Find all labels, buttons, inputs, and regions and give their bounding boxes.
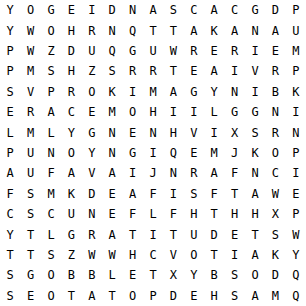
grid-cell[interactable]: A xyxy=(41,102,61,122)
grid-cell[interactable]: D xyxy=(102,0,122,20)
grid-cell[interactable]: P xyxy=(286,0,306,20)
grid-cell[interactable]: S xyxy=(41,61,61,81)
grid-cell[interactable]: M xyxy=(204,143,224,163)
grid-cell[interactable]: R xyxy=(82,224,102,244)
grid-cell[interactable]: P xyxy=(286,204,306,224)
grid-cell[interactable]: H xyxy=(143,102,163,122)
grid-cell[interactable]: S xyxy=(265,224,285,244)
grid-cell[interactable]: U xyxy=(184,224,204,244)
grid-cell[interactable]: F xyxy=(0,184,20,204)
grid-cell[interactable]: O xyxy=(265,143,285,163)
grid-cell[interactable]: K xyxy=(61,184,81,204)
grid-cell[interactable]: K xyxy=(102,82,122,102)
grid-cell[interactable]: E xyxy=(102,204,122,224)
grid-cell[interactable]: I xyxy=(245,41,265,61)
grid-cell[interactable]: L xyxy=(0,122,20,142)
grid-cell[interactable]: H xyxy=(61,20,81,40)
grid-cell[interactable]: S xyxy=(224,265,244,285)
grid-cell[interactable]: V xyxy=(82,163,102,183)
grid-cell[interactable]: R xyxy=(265,122,285,142)
grid-cell[interactable]: I xyxy=(224,61,244,81)
grid-cell[interactable]: M xyxy=(20,61,40,81)
grid-cell[interactable]: P xyxy=(286,61,306,81)
grid-cell[interactable]: T xyxy=(163,224,183,244)
grid-cell[interactable]: E xyxy=(224,224,244,244)
grid-cell[interactable]: R xyxy=(82,20,102,40)
grid-cell[interactable]: L xyxy=(102,265,122,285)
grid-cell[interactable]: A xyxy=(265,20,285,40)
grid-cell[interactable]: D xyxy=(61,41,81,61)
grid-cell[interactable]: G xyxy=(245,0,265,20)
grid-cell[interactable]: F xyxy=(41,163,61,183)
grid-cell[interactable]: S xyxy=(163,0,183,20)
grid-cell[interactable]: C xyxy=(143,245,163,265)
grid-cell[interactable]: I xyxy=(163,102,183,122)
grid-cell[interactable]: N xyxy=(265,102,285,122)
grid-cell[interactable]: E xyxy=(184,61,204,81)
grid-cell[interactable]: S xyxy=(245,122,265,142)
grid-cell[interactable]: Y xyxy=(204,82,224,102)
grid-cell[interactable]: A xyxy=(0,163,20,183)
grid-cell[interactable]: F xyxy=(143,184,163,204)
grid-cell[interactable]: W xyxy=(286,224,306,244)
grid-cell[interactable]: S xyxy=(224,286,244,306)
grid-cell[interactable]: O xyxy=(245,265,265,285)
grid-cell[interactable]: I xyxy=(122,163,142,183)
grid-cell[interactable]: L xyxy=(143,204,163,224)
grid-cell[interactable]: N xyxy=(245,20,265,40)
grid-cell[interactable]: A xyxy=(245,286,265,306)
grid-cell[interactable]: O xyxy=(122,286,142,306)
grid-cell[interactable]: B xyxy=(82,265,102,285)
grid-cell[interactable]: V xyxy=(184,122,204,142)
grid-cell[interactable]: H xyxy=(224,204,244,224)
grid-cell[interactable]: W xyxy=(102,245,122,265)
grid-cell[interactable]: N xyxy=(224,82,244,102)
grid-cell[interactable]: G xyxy=(20,265,40,285)
grid-cell[interactable]: O xyxy=(41,286,61,306)
grid-cell[interactable]: F xyxy=(163,204,183,224)
grid-cell[interactable]: C xyxy=(265,163,285,183)
grid-cell[interactable]: M xyxy=(20,122,40,142)
grid-cell[interactable]: L xyxy=(41,224,61,244)
grid-cell[interactable]: D xyxy=(265,0,285,20)
grid-cell[interactable]: S xyxy=(0,286,20,306)
grid-cell[interactable]: E xyxy=(184,143,204,163)
grid-cell[interactable]: I xyxy=(143,143,163,163)
grid-cell[interactable]: W xyxy=(20,41,40,61)
grid-cell[interactable]: E xyxy=(82,102,102,122)
grid-cell[interactable]: I xyxy=(143,224,163,244)
grid-cell[interactable]: R xyxy=(224,41,244,61)
grid-cell[interactable]: G xyxy=(61,224,81,244)
grid-cell[interactable]: O xyxy=(41,265,61,285)
grid-cell[interactable]: F xyxy=(224,163,244,183)
grid-cell[interactable]: W xyxy=(82,245,102,265)
grid-cell[interactable]: P xyxy=(143,286,163,306)
grid-cell[interactable]: I xyxy=(224,245,244,265)
grid-cell[interactable]: U xyxy=(143,41,163,61)
grid-cell[interactable]: R xyxy=(184,163,204,183)
grid-cell[interactable]: T xyxy=(102,286,122,306)
grid-cell[interactable]: R xyxy=(20,102,40,122)
grid-cell[interactable]: S xyxy=(0,82,20,102)
grid-cell[interactable]: E xyxy=(184,286,204,306)
grid-cell[interactable]: A xyxy=(224,20,244,40)
grid-cell[interactable]: U xyxy=(20,143,40,163)
grid-cell[interactable]: N xyxy=(41,143,61,163)
grid-cell[interactable]: T xyxy=(61,286,81,306)
grid-cell[interactable]: Y xyxy=(82,143,102,163)
grid-cell[interactable]: E xyxy=(0,102,20,122)
grid-cell[interactable]: T xyxy=(143,265,163,285)
grid-cell[interactable]: R xyxy=(122,61,142,81)
grid-cell[interactable]: O xyxy=(20,0,40,20)
grid-cell[interactable]: Q xyxy=(286,286,306,306)
grid-cell[interactable]: T xyxy=(224,184,244,204)
grid-cell[interactable]: O xyxy=(61,143,81,163)
grid-cell[interactable]: E xyxy=(286,184,306,204)
grid-cell[interactable]: T xyxy=(163,61,183,81)
grid-cell[interactable]: R xyxy=(184,41,204,61)
grid-cell[interactable]: C xyxy=(224,0,244,20)
grid-cell[interactable]: N xyxy=(102,20,122,40)
grid-cell[interactable]: I xyxy=(82,0,102,20)
grid-cell[interactable]: G xyxy=(122,143,142,163)
grid-cell[interactable]: A xyxy=(245,184,265,204)
grid-cell[interactable]: H xyxy=(163,122,183,142)
grid-cell[interactable]: K xyxy=(204,20,224,40)
grid-cell[interactable]: T xyxy=(20,224,40,244)
grid-cell[interactable]: R xyxy=(143,61,163,81)
grid-cell[interactable]: E xyxy=(20,286,40,306)
grid-cell[interactable]: E xyxy=(61,0,81,20)
grid-cell[interactable]: C xyxy=(41,204,61,224)
grid-cell[interactable]: K xyxy=(286,82,306,102)
grid-cell[interactable]: M xyxy=(143,82,163,102)
grid-cell[interactable]: Y xyxy=(286,245,306,265)
grid-cell[interactable]: H xyxy=(61,61,81,81)
grid-cell[interactable]: C xyxy=(184,0,204,20)
grid-cell[interactable]: N xyxy=(82,204,102,224)
grid-cell[interactable]: X xyxy=(163,265,183,285)
grid-cell[interactable]: V xyxy=(163,245,183,265)
grid-cell[interactable]: Y xyxy=(0,0,20,20)
grid-cell[interactable]: R xyxy=(61,82,81,102)
grid-cell[interactable]: H xyxy=(122,245,142,265)
grid-cell[interactable]: P xyxy=(0,41,20,61)
grid-cell[interactable]: A xyxy=(204,0,224,20)
grid-cell[interactable]: T xyxy=(0,245,20,265)
grid-cell[interactable]: B xyxy=(204,265,224,285)
grid-cell[interactable]: P xyxy=(41,82,61,102)
grid-cell[interactable]: Y xyxy=(184,265,204,285)
grid-cell[interactable]: I xyxy=(122,82,142,102)
grid-cell[interactable]: E xyxy=(204,41,224,61)
grid-cell[interactable]: H xyxy=(184,204,204,224)
grid-cell[interactable]: A xyxy=(82,286,102,306)
grid-cell[interactable]: E xyxy=(122,265,142,285)
grid-cell[interactable]: U xyxy=(61,204,81,224)
grid-cell[interactable]: Q xyxy=(286,265,306,285)
grid-cell[interactable]: F xyxy=(122,204,142,224)
word-search-grid: YOGEIDNASCACGDPYWOHRNQTTAKANAUPWZDUQGUWR… xyxy=(0,0,306,306)
grid-cell[interactable]: V xyxy=(245,61,265,81)
grid-cell[interactable]: A xyxy=(143,0,163,20)
grid-cell[interactable]: N xyxy=(245,163,265,183)
grid-cell[interactable]: W xyxy=(163,41,183,61)
grid-cell[interactable]: P xyxy=(286,143,306,163)
grid-cell[interactable]: M xyxy=(286,41,306,61)
grid-cell[interactable]: I xyxy=(286,163,306,183)
grid-cell[interactable]: Y xyxy=(61,122,81,142)
grid-cell[interactable]: S xyxy=(41,245,61,265)
grid-cell[interactable]: Q xyxy=(163,143,183,163)
grid-cell[interactable]: T xyxy=(204,204,224,224)
grid-cell[interactable]: A xyxy=(163,82,183,102)
grid-cell[interactable]: F xyxy=(204,184,224,204)
grid-cell[interactable]: D xyxy=(82,184,102,204)
grid-cell[interactable]: Z xyxy=(41,41,61,61)
grid-cell[interactable]: T xyxy=(143,20,163,40)
grid-cell[interactable]: T xyxy=(204,245,224,265)
grid-cell[interactable]: W xyxy=(20,20,40,40)
grid-cell[interactable]: X xyxy=(224,122,244,142)
grid-cell[interactable]: G xyxy=(122,41,142,61)
grid-cell[interactable]: G xyxy=(82,122,102,142)
grid-cell[interactable]: N xyxy=(102,122,122,142)
grid-cell[interactable]: B xyxy=(61,265,81,285)
grid-cell[interactable]: Y xyxy=(0,224,20,244)
grid-cell[interactable]: T xyxy=(163,20,183,40)
grid-cell[interactable]: I xyxy=(286,102,306,122)
grid-cell[interactable]: P xyxy=(0,143,20,163)
grid-cell[interactable]: M xyxy=(102,102,122,122)
grid-cell[interactable]: E xyxy=(265,41,285,61)
grid-cell[interactable]: A xyxy=(102,224,122,244)
grid-cell[interactable]: A xyxy=(184,20,204,40)
grid-cell[interactable]: U xyxy=(286,20,306,40)
grid-cell[interactable]: C xyxy=(61,102,81,122)
grid-cell[interactable]: M xyxy=(41,184,61,204)
grid-cell[interactable]: O xyxy=(122,102,142,122)
grid-cell[interactable]: J xyxy=(224,143,244,163)
grid-cell[interactable]: G xyxy=(41,0,61,20)
grid-cell[interactable]: A xyxy=(204,61,224,81)
grid-cell[interactable]: Z xyxy=(82,61,102,81)
grid-cell[interactable]: L xyxy=(204,102,224,122)
grid-cell[interactable]: T xyxy=(20,245,40,265)
grid-cell[interactable]: N xyxy=(102,143,122,163)
grid-cell[interactable]: G xyxy=(245,102,265,122)
grid-cell[interactable]: U xyxy=(20,163,40,183)
grid-cell[interactable]: N xyxy=(122,0,142,20)
grid-cell[interactable]: H xyxy=(204,286,224,306)
grid-cell[interactable]: P xyxy=(0,61,20,81)
grid-cell[interactable]: T xyxy=(245,224,265,244)
grid-cell[interactable]: E xyxy=(122,122,142,142)
grid-cell[interactable]: W xyxy=(265,184,285,204)
grid-cell[interactable]: E xyxy=(102,184,122,204)
grid-cell[interactable]: N xyxy=(286,122,306,142)
grid-cell[interactable]: N xyxy=(143,122,163,142)
grid-cell[interactable]: A xyxy=(61,163,81,183)
grid-cell[interactable]: K xyxy=(265,245,285,265)
grid-cell[interactable]: R xyxy=(265,61,285,81)
grid-cell[interactable]: I xyxy=(245,82,265,102)
grid-cell[interactable]: A xyxy=(122,184,142,204)
grid-cell[interactable]: C xyxy=(0,204,20,224)
grid-cell[interactable]: Y xyxy=(0,20,20,40)
grid-cell[interactable]: D xyxy=(265,265,285,285)
grid-cell[interactable]: Z xyxy=(61,245,81,265)
grid-cell[interactable]: T xyxy=(122,224,142,244)
grid-cell[interactable]: X xyxy=(265,204,285,224)
grid-cell[interactable]: S xyxy=(184,184,204,204)
grid-cell[interactable]: D xyxy=(204,224,224,244)
grid-cell[interactable]: G xyxy=(184,82,204,102)
grid-cell[interactable]: O xyxy=(184,245,204,265)
grid-cell[interactable]: B xyxy=(265,82,285,102)
grid-cell[interactable]: I xyxy=(204,122,224,142)
grid-cell[interactable]: A xyxy=(204,163,224,183)
grid-cell[interactable]: S xyxy=(20,184,40,204)
grid-cell[interactable]: J xyxy=(143,163,163,183)
grid-cell[interactable]: O xyxy=(82,82,102,102)
grid-cell[interactable]: O xyxy=(41,20,61,40)
grid-cell[interactable]: S xyxy=(20,204,40,224)
grid-cell[interactable]: S xyxy=(0,265,20,285)
grid-cell[interactable]: D xyxy=(163,286,183,306)
grid-cell[interactable]: G xyxy=(224,102,244,122)
grid-cell[interactable]: U xyxy=(82,41,102,61)
grid-cell[interactable]: H xyxy=(245,204,265,224)
grid-cell[interactable]: V xyxy=(20,82,40,102)
grid-cell[interactable]: K xyxy=(245,143,265,163)
grid-cell[interactable]: S xyxy=(102,61,122,81)
grid-cell[interactable]: I xyxy=(184,102,204,122)
grid-cell[interactable]: L xyxy=(41,122,61,142)
grid-cell[interactable]: Q xyxy=(102,41,122,61)
grid-cell[interactable]: N xyxy=(163,163,183,183)
grid-cell[interactable]: A xyxy=(102,163,122,183)
grid-cell[interactable]: I xyxy=(163,184,183,204)
grid-cell[interactable]: Q xyxy=(122,20,142,40)
grid-cell[interactable]: A xyxy=(245,245,265,265)
grid-cell[interactable]: M xyxy=(265,286,285,306)
